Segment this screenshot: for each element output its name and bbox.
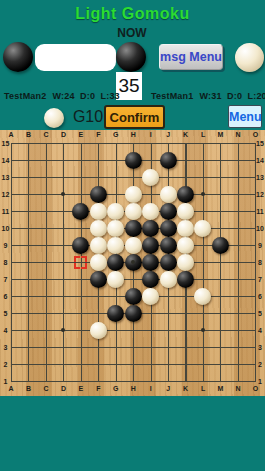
pending-move-stone [44, 108, 64, 128]
board-cell-D7[interactable] [55, 271, 72, 288]
board-cell-J6[interactable] [159, 288, 176, 305]
board-cell-D2[interactable] [55, 356, 72, 373]
board-cell-C9[interactable] [37, 237, 54, 254]
board-cell-H14[interactable] [124, 152, 141, 169]
board-cell-J12[interactable] [159, 186, 176, 203]
board-cell-M12[interactable] [212, 186, 229, 203]
board-cell-N12[interactable] [229, 186, 246, 203]
board-cell-D10[interactable] [55, 220, 72, 237]
board-cell-N2[interactable] [229, 356, 246, 373]
player-right-record: W:31 D:0 L:20 [199, 91, 265, 101]
board-cell-N11[interactable] [229, 203, 246, 220]
confirm-button[interactable]: Confirm [104, 105, 165, 129]
white-stone [90, 220, 107, 237]
board-row-label-1: 1 [255, 378, 265, 385]
board-cell-N7[interactable] [229, 271, 246, 288]
board-col-label-N: N [235, 131, 240, 138]
board-cell-N13[interactable] [229, 169, 246, 186]
board-cell-F6[interactable] [90, 288, 107, 305]
board-cell-F5[interactable] [90, 305, 107, 322]
black-stone [107, 305, 124, 322]
board-cell-M9[interactable] [212, 237, 229, 254]
board-cell-E6[interactable] [72, 288, 89, 305]
board-cell-I4[interactable] [142, 322, 159, 339]
board-cell-D9[interactable] [55, 237, 72, 254]
board-cell-E11[interactable] [72, 203, 89, 220]
board-row-label-2: 2 [1, 361, 11, 368]
board-col-label-F: F [96, 131, 100, 138]
white-stone [125, 203, 142, 220]
board-col-label-A: A [9, 131, 14, 138]
board-col-label-J: J [166, 131, 170, 138]
board-cell-M4[interactable] [212, 322, 229, 339]
board-cell-M7[interactable] [212, 271, 229, 288]
black-stone [177, 186, 194, 203]
board-cell-E9[interactable] [72, 237, 89, 254]
board-cell-L7[interactable] [194, 271, 211, 288]
board-cell-G14[interactable] [107, 152, 124, 169]
board-cell-I13[interactable] [142, 169, 159, 186]
board-cell-K6[interactable] [177, 288, 194, 305]
board-cell-I7[interactable] [142, 271, 159, 288]
app-title: Light Gomoku [0, 5, 265, 23]
board-cell-H2[interactable] [124, 356, 141, 373]
board-row-label-14: 14 [1, 157, 11, 164]
board-col-label-I: I [150, 385, 152, 392]
black-stone [160, 220, 177, 237]
player-left-stats: TestMan2W:24 D:0 L:33 [4, 91, 120, 101]
board-cell-G12[interactable] [107, 186, 124, 203]
board-cell-K12[interactable] [177, 186, 194, 203]
board-row-label-8: 8 [1, 259, 11, 266]
board-cell-G6[interactable] [107, 288, 124, 305]
board-col-label-I: I [150, 131, 152, 138]
board-cell-M8[interactable] [212, 254, 229, 271]
board-cell-E4[interactable] [72, 322, 89, 339]
white-stone [90, 237, 107, 254]
white-stone [90, 254, 107, 271]
board-cell-L8[interactable] [194, 254, 211, 271]
board-col-label-M: M [218, 385, 224, 392]
board-row-label-13: 13 [1, 174, 11, 181]
board-cell-F4[interactable] [90, 322, 107, 339]
board-cell-F10[interactable] [90, 220, 107, 237]
black-stone [72, 237, 89, 254]
board-cell-L5[interactable] [194, 305, 211, 322]
board-cell-M2[interactable] [212, 356, 229, 373]
board-cell-F11[interactable] [90, 203, 107, 220]
board-col-label-L: L [201, 131, 205, 138]
board-cell-N9[interactable] [229, 237, 246, 254]
board-cell-I12[interactable] [142, 186, 159, 203]
black-stone [125, 220, 142, 237]
board-cell-J10[interactable] [159, 220, 176, 237]
white-stone [90, 322, 107, 339]
board-cell-C12[interactable] [37, 186, 54, 203]
black-stone [177, 271, 194, 288]
board-cell-F7[interactable] [90, 271, 107, 288]
board-col-label-G: G [113, 385, 118, 392]
board-row-label-12: 12 [255, 191, 265, 198]
player-right-stats: TestMan1W:31 D:0 L:20 [151, 91, 265, 101]
menu-button[interactable]: Menu [228, 105, 262, 128]
board-cell-B12[interactable] [20, 186, 37, 203]
white-stone [142, 169, 159, 186]
black-stone [142, 237, 159, 254]
board-col-label-E: E [79, 131, 84, 138]
board-cell-N3[interactable] [229, 339, 246, 356]
board-cell-N8[interactable] [229, 254, 246, 271]
board-cell-N14[interactable] [229, 152, 246, 169]
board-row-label-9: 9 [255, 242, 265, 249]
board-cell-G4[interactable] [107, 322, 124, 339]
board-cell-C14[interactable] [37, 152, 54, 169]
board-col-label-C: C [43, 385, 48, 392]
board-cell-F3[interactable] [90, 339, 107, 356]
board-cell-I11[interactable] [142, 203, 159, 220]
board-col-label-O: O [253, 385, 258, 392]
board-cell-M11[interactable] [212, 203, 229, 220]
board-cell-I3[interactable] [142, 339, 159, 356]
board-cell-L3[interactable] [194, 339, 211, 356]
board-col-label-D: D [61, 385, 66, 392]
board-cell-L11[interactable] [194, 203, 211, 220]
board-cell-M14[interactable] [212, 152, 229, 169]
board-row-label-13: 13 [255, 174, 265, 181]
board-cell-N6[interactable] [229, 288, 246, 305]
board-cell-C5[interactable] [37, 305, 54, 322]
board-cell-D5[interactable] [55, 305, 72, 322]
board-cell-B8[interactable] [20, 254, 37, 271]
board-row-label-3: 3 [255, 344, 265, 351]
white-player-stone [235, 43, 264, 72]
white-stone [177, 220, 194, 237]
board-cell-D3[interactable] [55, 339, 72, 356]
board-row-label-6: 6 [255, 293, 265, 300]
board-cell-C7[interactable] [37, 271, 54, 288]
white-stone [142, 288, 159, 305]
board-col-label-K: K [183, 131, 188, 138]
white-stone [194, 288, 211, 305]
board-row-label-10: 10 [1, 225, 11, 232]
board-cell-E10[interactable] [72, 220, 89, 237]
board-col-label-F: F [96, 385, 100, 392]
black-player-stone [3, 42, 33, 72]
board-cell-K3[interactable] [177, 339, 194, 356]
board-cell-B14[interactable] [20, 152, 37, 169]
board-col-label-C: C [43, 131, 48, 138]
board-cell-C2[interactable] [37, 356, 54, 373]
board-cell-H13[interactable] [124, 169, 141, 186]
player-left-record: W:24 D:0 L:33 [52, 91, 119, 101]
board-cell-C3[interactable] [37, 339, 54, 356]
white-stone [160, 271, 177, 288]
board-cell-N5[interactable] [229, 305, 246, 322]
board-cell-L10[interactable] [194, 220, 211, 237]
board-cell-K9[interactable] [177, 237, 194, 254]
app-root: Light Gomoku NOW msg Menu 35 TestMan2W:2… [0, 0, 265, 471]
white-stone [125, 237, 142, 254]
board-row-label-8: 8 [255, 259, 265, 266]
board-cell-G11[interactable] [107, 203, 124, 220]
board-cell-D11[interactable] [55, 203, 72, 220]
message-input[interactable] [35, 44, 116, 71]
board-col-label-B: B [26, 131, 31, 138]
board-col-label-B: B [26, 385, 31, 392]
board-cell-G10[interactable] [107, 220, 124, 237]
board-cell-J13[interactable] [159, 169, 176, 186]
board-cell-E7[interactable] [72, 271, 89, 288]
board-cell-C6[interactable] [37, 288, 54, 305]
board-cell-K10[interactable] [177, 220, 194, 237]
board-cell-B3[interactable] [20, 339, 37, 356]
white-stone [160, 186, 177, 203]
board-row-label-5: 5 [1, 310, 11, 317]
board-cell-K2[interactable] [177, 356, 194, 373]
black-stone [107, 254, 124, 271]
board-cell-L13[interactable] [194, 169, 211, 186]
board-cell-H4[interactable] [124, 322, 141, 339]
board-cell-I9[interactable] [142, 237, 159, 254]
board-cell-J8[interactable] [159, 254, 176, 271]
board-row-label-7: 7 [255, 276, 265, 283]
board-row-label-10: 10 [255, 225, 265, 232]
black-stone [142, 271, 159, 288]
board-cell-J3[interactable] [159, 339, 176, 356]
board-row-label-4: 4 [1, 327, 11, 334]
board-cell-I6[interactable] [142, 288, 159, 305]
board-cell-F2[interactable] [90, 356, 107, 373]
board-cell-C4[interactable] [37, 322, 54, 339]
board-cell-I14[interactable] [142, 152, 159, 169]
board-col-label-E: E [79, 385, 84, 392]
board-cell-K4[interactable] [177, 322, 194, 339]
board-row-label-7: 7 [1, 276, 11, 283]
board-cell-G2[interactable] [107, 356, 124, 373]
board-row-label-11: 11 [255, 208, 265, 215]
board-row-label-1: 1 [1, 378, 11, 385]
board-cell-C8[interactable] [37, 254, 54, 271]
board-cell-D14[interactable] [55, 152, 72, 169]
msg-menu-button[interactable]: msg Menu [159, 44, 223, 70]
board-row-label-3: 3 [1, 344, 11, 351]
now-label: NOW [114, 26, 150, 40]
board-cell-L6[interactable] [194, 288, 211, 305]
board-cell-E5[interactable] [72, 305, 89, 322]
black-stone [90, 271, 107, 288]
board-cell-F13[interactable] [90, 169, 107, 186]
board-col-label-G: G [113, 131, 118, 138]
player-right-name: TestMan1 [151, 91, 193, 101]
board-row-label-12: 12 [1, 191, 11, 198]
black-stone [212, 237, 229, 254]
black-stone [125, 152, 142, 169]
board-col-label-J: J [166, 385, 170, 392]
board-cell-D13[interactable] [55, 169, 72, 186]
board-cell-H12[interactable] [124, 186, 141, 203]
board-col-label-A: A [9, 385, 14, 392]
white-stone [107, 237, 124, 254]
white-stone [177, 254, 194, 271]
board-col-label-L: L [201, 385, 205, 392]
black-stone [160, 152, 177, 169]
board-cell-H6[interactable] [124, 288, 141, 305]
board-cell-B11[interactable] [20, 203, 37, 220]
player-left-name: TestMan2 [4, 91, 46, 101]
board-row-label-15: 15 [255, 140, 265, 147]
board-cell-F14[interactable] [90, 152, 107, 169]
board-cell-H7[interactable] [124, 271, 141, 288]
board-cell-B7[interactable] [20, 271, 37, 288]
board-cell-H9[interactable] [124, 237, 141, 254]
board-row-label-15: 15 [1, 140, 11, 147]
white-stone [107, 203, 124, 220]
black-stone [72, 203, 89, 220]
board-col-label-M: M [218, 131, 224, 138]
board-cell-J9[interactable] [159, 237, 176, 254]
board-cell-K7[interactable] [177, 271, 194, 288]
board-cell-B2[interactable] [20, 356, 37, 373]
white-stone [177, 203, 194, 220]
black-stone [125, 305, 142, 322]
board-cell-E12[interactable] [72, 186, 89, 203]
board-cell-B9[interactable] [20, 237, 37, 254]
board-cell-M13[interactable] [212, 169, 229, 186]
black-stone [160, 237, 177, 254]
board-cell-F12[interactable] [90, 186, 107, 203]
black-stone [160, 254, 177, 271]
board-cell-N10[interactable] [229, 220, 246, 237]
board-cell-G13[interactable] [107, 169, 124, 186]
board-cell-I2[interactable] [142, 356, 159, 373]
board-cell-L9[interactable] [194, 237, 211, 254]
board-row-label-14: 14 [255, 157, 265, 164]
board-col-label-H: H [131, 131, 136, 138]
board-cell-L14[interactable] [194, 152, 211, 169]
board-cell-F9[interactable] [90, 237, 107, 254]
board-cell-E8[interactable] [72, 254, 89, 271]
board-cell-K5[interactable] [177, 305, 194, 322]
board-cell-M5[interactable] [212, 305, 229, 322]
board-cell-D8[interactable] [55, 254, 72, 271]
white-stone [90, 203, 107, 220]
white-stone [142, 203, 159, 220]
board-col-label-H: H [131, 385, 136, 392]
board-cell-E3[interactable] [72, 339, 89, 356]
board-cell-B6[interactable] [20, 288, 37, 305]
board-cell-J7[interactable] [159, 271, 176, 288]
board-cell-J11[interactable] [159, 203, 176, 220]
board-cell-E14[interactable] [72, 152, 89, 169]
board-cell-B10[interactable] [20, 220, 37, 237]
board-cell-J4[interactable] [159, 322, 176, 339]
board-row-label-11: 11 [1, 208, 11, 215]
board-cell-K14[interactable] [177, 152, 194, 169]
board-cell-I10[interactable] [142, 220, 159, 237]
white-stone [177, 237, 194, 254]
board-cell-C10[interactable] [37, 220, 54, 237]
black-stone [160, 203, 177, 220]
pending-move-coordinate: G10 [71, 108, 105, 126]
now-turn-black-stone [116, 42, 146, 72]
board-cell-H10[interactable] [124, 220, 141, 237]
board-cell-B13[interactable] [20, 169, 37, 186]
black-stone [125, 288, 142, 305]
board-row-label-9: 9 [1, 242, 11, 249]
black-stone [90, 186, 107, 203]
board-cell-H11[interactable] [124, 203, 141, 220]
black-stone [142, 220, 159, 237]
board-cell-K13[interactable] [177, 169, 194, 186]
board-row-label-2: 2 [255, 361, 265, 368]
move-counter: 35 [116, 72, 142, 100]
board-cell-J2[interactable] [159, 356, 176, 373]
board-cell-M3[interactable] [212, 339, 229, 356]
board-cell-J14[interactable] [159, 152, 176, 169]
board-col-label-N: N [235, 385, 240, 392]
board-cell-G3[interactable] [107, 339, 124, 356]
board-col-label-K: K [183, 385, 188, 392]
black-stone [142, 254, 159, 271]
board-cell-I8[interactable] [142, 254, 159, 271]
board-cell-H5[interactable] [124, 305, 141, 322]
board-cell-K11[interactable] [177, 203, 194, 220]
board-cell-J5[interactable] [159, 305, 176, 322]
board-row-label-4: 4 [255, 327, 265, 334]
board-cell-D6[interactable] [55, 288, 72, 305]
white-stone [107, 220, 124, 237]
board-cell-G8[interactable] [107, 254, 124, 271]
board-cell-B5[interactable] [20, 305, 37, 322]
board-cell-M10[interactable] [212, 220, 229, 237]
board-row-label-5: 5 [255, 310, 265, 317]
board-cell-H3[interactable] [124, 339, 141, 356]
board-cell-B4[interactable] [20, 322, 37, 339]
board-cell-E13[interactable] [72, 169, 89, 186]
board-cell-C13[interactable] [37, 169, 54, 186]
white-stone [107, 271, 124, 288]
board-cell-K8[interactable] [177, 254, 194, 271]
board-cell-G5[interactable] [107, 305, 124, 322]
board-cell-I5[interactable] [142, 305, 159, 322]
board-cell-G7[interactable] [107, 271, 124, 288]
board-cell-E2[interactable] [72, 356, 89, 373]
board-row-label-6: 6 [1, 293, 11, 300]
board-cell-C11[interactable] [37, 203, 54, 220]
white-stone [125, 186, 142, 203]
board-cell-G9[interactable] [107, 237, 124, 254]
board-col-label-O: O [253, 131, 258, 138]
board-cell-L2[interactable] [194, 356, 211, 373]
gomoku-board[interactable]: AABBCCDDEEFFGGHHIIJJKKLLMMNNOO1515141413… [0, 130, 265, 396]
board-cell-N4[interactable] [229, 322, 246, 339]
white-stone [194, 220, 211, 237]
board-cell-F8[interactable] [90, 254, 107, 271]
board-col-label-D: D [61, 131, 66, 138]
board-cell-M6[interactable] [212, 288, 229, 305]
